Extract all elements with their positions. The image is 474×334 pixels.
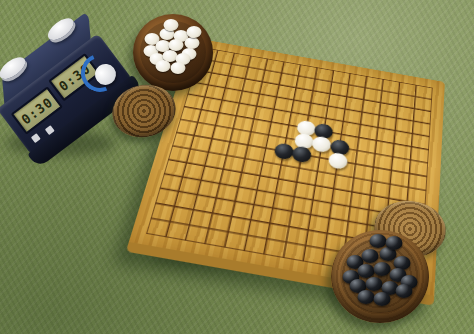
black-bowl-stone xyxy=(373,262,390,276)
clock-display-left: 0:30 xyxy=(11,86,63,134)
white-stone-bowl xyxy=(133,14,213,91)
white-bowl-stone xyxy=(186,26,201,38)
black-bowl-stone xyxy=(395,284,412,298)
clock-icon-left xyxy=(31,133,41,143)
white-bowl-stone xyxy=(170,62,185,74)
black-stone-bowl xyxy=(331,230,429,323)
black-bowl-stone xyxy=(373,292,390,306)
black-bowl-stone xyxy=(366,277,383,291)
scene: 0:30 0:30 xyxy=(0,0,474,334)
black-bowl-stone xyxy=(370,234,387,248)
white-bowl-stone xyxy=(164,19,179,31)
black-bowl-stone xyxy=(385,236,402,250)
white-bowl-stone xyxy=(156,60,171,72)
black-bowl-stone xyxy=(358,264,375,278)
black-bowl-stone xyxy=(362,249,379,263)
black-bowl-stone xyxy=(358,290,375,304)
